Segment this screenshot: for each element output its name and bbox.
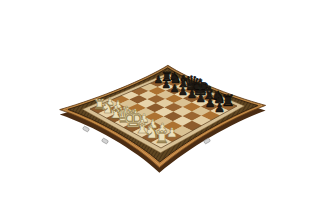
chess-set-photo: ♜♞♝♛♚♝♞♜♟♟♟♟♟♟♟♟♟♟♟♟♟♟♟♟♜♞♝♛♚♝♞♜ [0, 0, 320, 214]
chess-board [0, 0, 320, 214]
metal-clasp-2 [102, 138, 109, 144]
metal-clasp-1 [83, 126, 90, 132]
